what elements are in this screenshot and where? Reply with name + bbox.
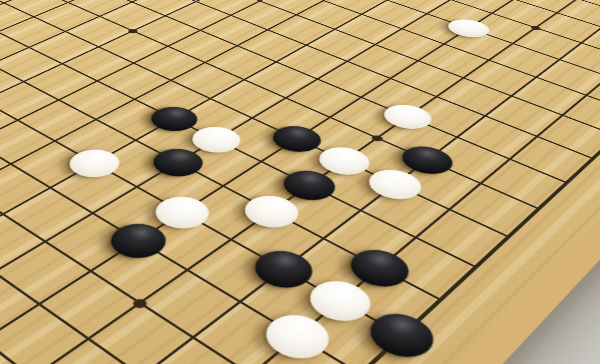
grid-line-h-12	[0, 0, 477, 268]
white-stone	[375, 100, 440, 134]
grid-line-h-18	[0, 20, 211, 364]
go-board	[0, 0, 600, 364]
photo-scene	[0, 0, 600, 364]
black-stone	[358, 306, 445, 364]
white-stone	[441, 16, 497, 41]
